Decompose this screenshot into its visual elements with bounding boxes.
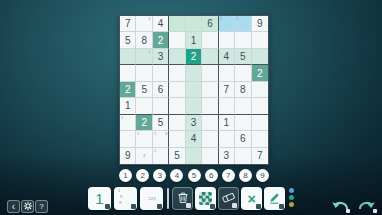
pencil-mark: 2 [220,17,222,21]
toolbar-separator [167,188,169,209]
cell-r8c1[interactable] [120,131,136,147]
gear-icon [23,201,33,213]
center-marks-button[interactable]: 123 [140,187,163,210]
cell-r9c1[interactable]: 9 [120,148,136,164]
shortcut-badge [186,203,191,208]
cell-r1c2[interactable]: 2 [136,16,152,32]
corner-preview-digit: 5 [120,195,122,199]
cell-r4c1[interactable] [120,65,136,81]
cell-r5c4[interactable] [169,82,185,98]
digit-button-4[interactable]: 4 [170,169,183,182]
cell-r2c3[interactable]: 2 [153,32,169,48]
cell-r7c5[interactable]: 3 [186,115,202,131]
digit-button-6[interactable]: 6 [205,169,218,182]
pencil-mark: 2 [149,17,151,21]
cell-digit: 3 [191,117,197,128]
cell-r9c2[interactable]: 4 [136,148,152,164]
cell-r9c6[interactable] [202,148,218,164]
cell-r1c5[interactable] [186,16,202,32]
cell-r1c7[interactable]: 2 [219,16,235,32]
color-dot-1[interactable] [289,188,294,193]
cell-digit: 1 [191,35,197,46]
sudoku-app: 724622958211324522567811253117846941537 … [0,0,382,215]
pencil-mark: 2 [236,17,238,21]
cell-digit: 8 [141,35,147,46]
color-dot-2[interactable] [289,195,294,200]
pencil-mark: 4 [143,154,145,158]
cell-r6c9[interactable] [252,98,268,114]
cell-r9c3[interactable]: 1 [153,148,169,164]
digit-mode-label: 1 [95,190,103,207]
digit-button-9[interactable]: 9 [256,169,269,182]
cell-r3c8[interactable]: 5 [235,49,251,65]
cell-r6c6[interactable] [202,98,218,114]
cross-button[interactable]: × [241,187,262,210]
cell-r7c6[interactable] [202,115,218,131]
back-icon: ‹ [12,201,15,212]
cell-r5c5[interactable] [186,82,202,98]
cell-digit: 4 [158,18,164,29]
cell-r9c8[interactable] [235,148,251,164]
trash-button[interactable] [172,187,193,210]
cell-r3c1[interactable] [120,49,136,65]
cell-r1c6[interactable]: 6 [202,16,218,32]
cell-r7c3[interactable]: 5 [153,115,169,131]
digit-button-3[interactable]: 3 [153,169,166,182]
shortcut-badge [210,204,215,209]
cell-r6c3[interactable] [153,98,169,114]
cell-r1c3[interactable]: 4 [153,16,169,32]
cell-digit: 5 [125,35,131,46]
cell-r8c9[interactable] [252,131,268,147]
cell-r2c5[interactable]: 1 [186,32,202,48]
cell-r8c7[interactable] [219,131,235,147]
cell-r4c3[interactable] [153,65,169,81]
cell-r5c9[interactable] [252,82,268,98]
cell-r1c4[interactable] [169,16,185,32]
pencil-mark: 8 [165,132,167,136]
digit-button-2[interactable]: 2 [136,169,149,182]
cell-r3c2[interactable]: 1 [136,49,152,65]
digit-button-1[interactable]: 1 [119,169,132,182]
cell-digit: 7 [257,150,263,161]
cell-r9c9[interactable]: 7 [252,148,268,164]
cell-digit: 8 [240,84,246,95]
cell-r2c9[interactable] [252,32,268,48]
corner-marks-button[interactable]: 1 5 9 [114,187,137,210]
cell-digit: 2 [158,35,164,46]
cell-digit: 6 [207,18,213,29]
cell-r7c4[interactable] [169,115,185,131]
cell-r3c4[interactable] [169,49,185,65]
cell-r9c4[interactable]: 5 [169,148,185,164]
cell-r5c8[interactable]: 8 [235,82,251,98]
cell-r2c1[interactable]: 5 [120,32,136,48]
digit-button-8[interactable]: 8 [239,169,252,182]
pencil-mark: 1 [121,116,123,120]
cell-r7c2[interactable]: 2 [136,115,152,131]
cell-digit: 2 [257,68,263,79]
cell-digit: 7 [224,84,230,95]
pencil-mark: 7 [154,132,156,136]
cell-r9c5[interactable] [186,148,202,164]
cell-r5c2[interactable]: 5 [136,82,152,98]
cell-digit: 5 [158,117,164,128]
cell-r8c3[interactable]: 78 [153,131,169,147]
cell-r1c9[interactable]: 9 [252,16,268,32]
cell-r7c8[interactable] [235,115,251,131]
cell-r5c7[interactable]: 7 [219,82,235,98]
cell-digit: 2 [141,117,147,128]
cell-r8c4[interactable] [169,131,185,147]
cell-digit: 3 [224,150,230,161]
shortcut-badge [232,203,237,208]
cell-digit: 5 [141,84,147,95]
digit-button-7[interactable]: 7 [222,169,235,182]
cell-r6c4[interactable] [169,98,185,114]
cell-r7c7[interactable]: 1 [219,115,235,131]
shortcut-badge [373,209,377,213]
cell-r8c6[interactable] [202,131,218,147]
cell-r2c4[interactable] [169,32,185,48]
back-button[interactable]: ‹ [7,200,20,213]
cell-digit: 9 [125,150,131,161]
pencil-mark: 1 [137,132,139,136]
cell-r5c3[interactable]: 6 [153,82,169,98]
cell-r4c4[interactable] [169,65,185,81]
cell-r3c7[interactable]: 4 [219,49,235,65]
eraser-button[interactable] [218,187,239,210]
cell-digit: 5 [174,150,180,161]
cell-r4c8[interactable] [235,65,251,81]
cross-icon: × [247,191,255,207]
cell-r4c5[interactable] [186,65,202,81]
cell-r4c9[interactable]: 2 [252,65,268,81]
shortcut-badge [105,204,110,209]
cell-digit: 9 [257,18,263,29]
cell-r8c8[interactable]: 6 [235,131,251,147]
cell-r2c2[interactable]: 8 [136,32,152,48]
cell-r2c8[interactable] [235,32,251,48]
shortcut-badge [279,204,284,209]
cell-digit: 4 [191,133,197,144]
settings-button[interactable] [21,200,34,213]
cell-r3c3[interactable]: 3 [153,49,169,65]
cell-r2c7[interactable] [219,32,235,48]
shortcut-badge [131,204,136,209]
cell-r6c5[interactable] [186,98,202,114]
cell-digit: 2 [125,84,131,95]
cell-r9c7[interactable]: 3 [219,148,235,164]
cell-r6c7[interactable] [219,98,235,114]
cell-r6c2[interactable] [136,98,152,114]
cell-r5c6[interactable] [202,82,218,98]
cell-r4c7[interactable] [219,65,235,81]
redo-button[interactable] [357,198,377,213]
cell-r7c9[interactable] [252,115,268,131]
cell-r6c8[interactable] [235,98,251,114]
center-preview-digits: 123 [148,196,155,200]
cell-digit: 7 [125,18,131,29]
cell-digit: 1 [224,117,230,128]
shortcut-badge [346,209,350,213]
corner-preview-digit: 9 [119,201,121,205]
cell-r8c5[interactable]: 4 [186,131,202,147]
cell-r2c6[interactable] [202,32,218,48]
cell-r8c2[interactable]: 1 [136,131,152,147]
corner-preview-digit: 1 [118,189,120,193]
color-dot-3[interactable] [289,202,294,207]
pen-button[interactable] [264,187,285,210]
shortcut-badge [157,204,162,209]
colors-button[interactable] [195,187,216,210]
cell-r1c1[interactable]: 7 [120,16,136,32]
sudoku-board: 724622958211324522567811253117846941537 [119,15,269,165]
digit-mode-button[interactable]: 1 [88,187,111,210]
cell-r3c9[interactable] [252,49,268,65]
cell-digit: 1 [125,100,131,111]
pencil-mark: 1 [154,149,156,153]
help-button[interactable]: ? [35,200,48,213]
cell-r3c6[interactable] [202,49,218,65]
cell-r1c8[interactable]: 2 [235,16,251,32]
undo-button[interactable] [330,198,350,213]
cell-r6c1[interactable]: 1 [120,98,136,114]
cell-digit: 3 [158,51,164,62]
cell-r7c1[interactable]: 1 [120,115,136,131]
number-pad: 123456789 [119,169,269,182]
cell-digit: 2 [191,51,197,62]
cell-digit: 5 [240,51,246,62]
help-icon: ? [39,202,43,211]
cell-digit: 4 [224,51,230,62]
cell-digit: 6 [158,84,164,95]
pencil-mark: 1 [149,50,151,54]
shortcut-badge [256,204,261,209]
cell-r4c6[interactable] [202,65,218,81]
cell-r5c1[interactable]: 2 [120,82,136,98]
digit-button-5[interactable]: 5 [188,169,201,182]
cell-r4c2[interactable] [136,65,152,81]
cell-r3c5[interactable]: 2 [186,49,202,65]
cell-digit: 6 [240,133,246,144]
